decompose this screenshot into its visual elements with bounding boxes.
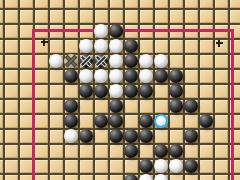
- gomoku-board[interactable]: [0, 0, 240, 180]
- black-stone: [109, 24, 123, 38]
- board-cell[interactable]: [185, 0, 198, 8]
- board-cell[interactable]: [5, 10, 18, 23]
- black-stone: [124, 69, 138, 83]
- white-stone: [79, 69, 93, 83]
- board-cell[interactable]: [170, 130, 183, 143]
- board-cell[interactable]: [50, 40, 63, 53]
- board-cell[interactable]: [80, 100, 93, 113]
- black-stone: [169, 144, 183, 158]
- board-cell[interactable]: [110, 175, 123, 180]
- board-cell[interactable]: [185, 85, 198, 98]
- board-cell[interactable]: [80, 160, 93, 173]
- board-cell[interactable]: [35, 100, 48, 113]
- board-cell[interactable]: [5, 70, 18, 83]
- board-cell[interactable]: [140, 10, 153, 23]
- board-cell[interactable]: [200, 0, 213, 8]
- board-cell[interactable]: [50, 70, 63, 83]
- board-cell[interactable]: [80, 175, 93, 180]
- white-stone: [139, 54, 153, 68]
- board-cell[interactable]: [200, 160, 213, 173]
- board-cell[interactable]: [50, 0, 63, 8]
- white-stone: [169, 159, 183, 173]
- board-cell[interactable]: [95, 175, 108, 180]
- white-stone: [94, 69, 108, 83]
- board-cell[interactable]: [65, 175, 78, 180]
- board-cell[interactable]: [0, 25, 3, 38]
- board-cell[interactable]: [5, 145, 18, 158]
- board-cell[interactable]: [170, 0, 183, 8]
- board-cell[interactable]: [35, 175, 48, 180]
- black-stone: [169, 99, 183, 113]
- board-cell[interactable]: [125, 100, 138, 113]
- black-stone: [124, 144, 138, 158]
- board-cell[interactable]: [185, 40, 198, 53]
- black-stone: [124, 129, 138, 143]
- white-stone: [109, 54, 123, 68]
- white-stone: [109, 39, 123, 53]
- board-cell[interactable]: [125, 115, 138, 128]
- board-cell[interactable]: [185, 115, 198, 128]
- board-cell[interactable]: [140, 40, 153, 53]
- board-cell[interactable]: [200, 100, 213, 113]
- board-cell[interactable]: [50, 175, 63, 180]
- play-area-border-top: [32, 29, 234, 32]
- board-cell[interactable]: [35, 10, 48, 23]
- board-cell[interactable]: [65, 85, 78, 98]
- board-cell[interactable]: [0, 0, 3, 8]
- board-cell[interactable]: [20, 0, 33, 8]
- board-cell[interactable]: [170, 10, 183, 23]
- board-cell[interactable]: [0, 85, 3, 98]
- black-stone: [64, 69, 78, 83]
- board-cell[interactable]: [200, 175, 213, 180]
- board-cell[interactable]: [215, 145, 228, 158]
- board-cell[interactable]: [170, 175, 183, 180]
- board-cell[interactable]: [185, 70, 198, 83]
- board-cell[interactable]: [140, 0, 153, 8]
- board-cell[interactable]: [5, 0, 18, 8]
- black-stone: [94, 84, 108, 98]
- board-cell[interactable]: [50, 130, 63, 143]
- board-cell[interactable]: [95, 0, 108, 8]
- board-cell[interactable]: [140, 145, 153, 158]
- board-cell[interactable]: [65, 0, 78, 8]
- board-cell[interactable]: [50, 85, 63, 98]
- board-cell[interactable]: [35, 0, 48, 8]
- board-cell[interactable]: [200, 145, 213, 158]
- board-cell[interactable]: [215, 115, 228, 128]
- black-stone: [79, 84, 93, 98]
- board-cell[interactable]: [215, 10, 228, 23]
- white-stone: [64, 129, 78, 143]
- board-cell[interactable]: [35, 55, 48, 68]
- board-cell[interactable]: [185, 145, 198, 158]
- board-cell[interactable]: [5, 55, 18, 68]
- white-stone: [154, 54, 168, 68]
- board-cell[interactable]: [170, 55, 183, 68]
- board-cell[interactable]: [5, 40, 18, 53]
- board-cell[interactable]: [155, 85, 168, 98]
- black-stone: [79, 129, 93, 143]
- marked-black-stone: [94, 54, 108, 68]
- board-cell[interactable]: [20, 10, 33, 23]
- black-stone: [139, 129, 153, 143]
- black-stone: [94, 114, 108, 128]
- board-cell[interactable]: [35, 130, 48, 143]
- black-stone: [64, 114, 78, 128]
- board-cell[interactable]: [110, 0, 123, 8]
- board-cell[interactable]: [95, 160, 108, 173]
- white-stone: [154, 159, 168, 173]
- black-stone: [154, 69, 168, 83]
- black-stone: [109, 99, 123, 113]
- board-cell[interactable]: [125, 0, 138, 8]
- white-stone: [94, 39, 108, 53]
- board-cell[interactable]: [215, 0, 228, 8]
- play-area-border-left: [32, 29, 35, 180]
- board-cell[interactable]: [0, 55, 3, 68]
- board-cell[interactable]: [35, 115, 48, 128]
- black-stone: [64, 99, 78, 113]
- board-cell[interactable]: [0, 70, 3, 83]
- marked-gray-stone: [64, 54, 78, 68]
- board-cell[interactable]: [5, 115, 18, 128]
- black-stone: [124, 39, 138, 53]
- board-cell[interactable]: [35, 70, 48, 83]
- board-cell[interactable]: [0, 145, 3, 158]
- board-cell[interactable]: [110, 160, 123, 173]
- board-cell[interactable]: [35, 160, 48, 173]
- play-area-border-right: [231, 29, 234, 180]
- white-stone: [79, 39, 93, 53]
- board-cell[interactable]: [215, 55, 228, 68]
- board-cell[interactable]: [5, 175, 18, 180]
- board-cell[interactable]: [35, 145, 48, 158]
- white-stone: [109, 84, 123, 98]
- board-cell[interactable]: [155, 40, 168, 53]
- board-cell[interactable]: [5, 130, 18, 143]
- board-cell[interactable]: [65, 145, 78, 158]
- board-cell[interactable]: [230, 0, 240, 8]
- black-stone: [139, 84, 153, 98]
- board-cell[interactable]: [0, 40, 3, 53]
- black-stone: [199, 114, 213, 128]
- board-cell[interactable]: [170, 40, 183, 53]
- board-cell[interactable]: [80, 0, 93, 8]
- black-stone: [109, 129, 123, 143]
- board-cell[interactable]: [50, 115, 63, 128]
- black-stone: [169, 84, 183, 98]
- board-cell[interactable]: [155, 100, 168, 113]
- board-cell[interactable]: [185, 55, 198, 68]
- black-stone: [124, 54, 138, 68]
- board-cell[interactable]: [125, 160, 138, 173]
- board-cell[interactable]: [95, 100, 108, 113]
- board-cell[interactable]: [200, 70, 213, 83]
- board-cell[interactable]: [155, 0, 168, 8]
- board-cell[interactable]: [5, 100, 18, 113]
- black-stone: [124, 84, 138, 98]
- board-cell[interactable]: [200, 40, 213, 53]
- game-screen: [0, 0, 240, 180]
- board-cell[interactable]: [35, 85, 48, 98]
- board-cell[interactable]: [215, 130, 228, 143]
- board-cell[interactable]: [50, 10, 63, 23]
- board-cell[interactable]: [5, 85, 18, 98]
- white-stone: [49, 54, 63, 68]
- black-stone: [154, 144, 168, 158]
- board-cell[interactable]: [155, 130, 168, 143]
- board-cell[interactable]: [65, 160, 78, 173]
- black-stone: [109, 114, 123, 128]
- board-cell[interactable]: [230, 10, 240, 23]
- board-cell[interactable]: [125, 10, 138, 23]
- white-stone: [109, 69, 123, 83]
- board-cell[interactable]: [80, 145, 93, 158]
- board-cell[interactable]: [50, 145, 63, 158]
- board-cell[interactable]: [215, 70, 228, 83]
- board-cell[interactable]: [50, 160, 63, 173]
- board-cell[interactable]: [65, 10, 78, 23]
- board-cell[interactable]: [0, 160, 3, 173]
- board-cell[interactable]: [95, 130, 108, 143]
- last-move-white-stone: [154, 114, 168, 128]
- marked-black-stone: [79, 54, 93, 68]
- board-cell[interactable]: [185, 10, 198, 23]
- board-cell[interactable]: [0, 10, 3, 23]
- board-cell[interactable]: [0, 100, 3, 113]
- board-cell[interactable]: [65, 40, 78, 53]
- white-stone: [139, 69, 153, 83]
- board-cell[interactable]: [5, 25, 18, 38]
- black-stone: [139, 114, 153, 128]
- black-stone: [169, 69, 183, 83]
- board-cell[interactable]: [215, 160, 228, 173]
- board-cell[interactable]: [0, 115, 3, 128]
- board-cell[interactable]: [110, 145, 123, 158]
- board-cell[interactable]: [185, 175, 198, 180]
- board-cell[interactable]: [95, 145, 108, 158]
- board-cell[interactable]: [95, 10, 108, 23]
- board-cell[interactable]: [215, 85, 228, 98]
- board-cell[interactable]: [0, 130, 3, 143]
- board-cell[interactable]: [110, 10, 123, 23]
- board-cell[interactable]: [170, 115, 183, 128]
- board-cell[interactable]: [215, 175, 228, 180]
- black-stone: [184, 159, 198, 173]
- board-cell[interactable]: [80, 115, 93, 128]
- board-cell[interactable]: [140, 100, 153, 113]
- board-cell[interactable]: [5, 160, 18, 173]
- board-cell[interactable]: [200, 130, 213, 143]
- board-cell[interactable]: [215, 100, 228, 113]
- board-cell[interactable]: [50, 100, 63, 113]
- black-stone: [139, 159, 153, 173]
- board-cell[interactable]: [155, 10, 168, 23]
- board-cell[interactable]: [0, 175, 3, 180]
- board-cell[interactable]: [80, 10, 93, 23]
- board-cell[interactable]: [200, 10, 213, 23]
- white-stone: [94, 24, 108, 38]
- black-stone: [184, 129, 198, 143]
- board-cell[interactable]: [200, 55, 213, 68]
- black-stone: [184, 99, 198, 113]
- board-cell[interactable]: [200, 85, 213, 98]
